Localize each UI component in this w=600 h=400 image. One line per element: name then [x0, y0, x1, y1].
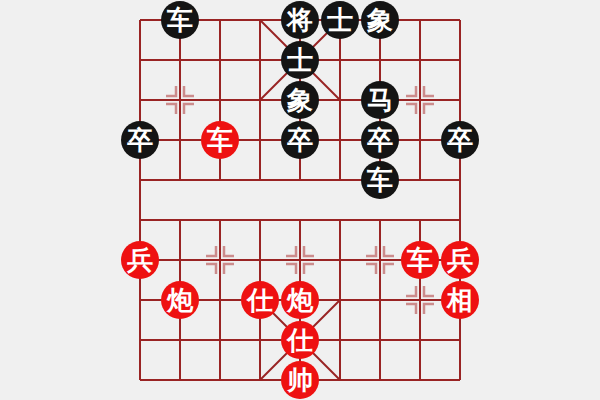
- point-f4-r3[interactable]: [240, 80, 280, 120]
- point-f7-r3[interactable]: 马: [360, 80, 400, 120]
- point-f1-r10[interactable]: [120, 360, 160, 400]
- red-pawn[interactable]: 兵: [121, 241, 159, 279]
- point-f2-r3[interactable]: [160, 80, 200, 120]
- xiangqi-board: 车将士象士象马卒车卒卒卒车兵车兵炮仕炮相仕帅: [120, 0, 480, 400]
- point-f9-r1[interactable]: [440, 0, 480, 40]
- point-f4-r4[interactable]: [240, 120, 280, 160]
- point-f5-r5[interactable]: [280, 160, 320, 200]
- point-f3-r10[interactable]: [200, 360, 240, 400]
- point-f3-r3[interactable]: [200, 80, 240, 120]
- red-elephant[interactable]: 相: [441, 281, 479, 319]
- point-f7-r2[interactable]: [360, 40, 400, 80]
- point-f1-r1[interactable]: [120, 0, 160, 40]
- point-f6-r5[interactable]: [320, 160, 360, 200]
- point-f8-r2[interactable]: [400, 40, 440, 80]
- point-f2-r8[interactable]: 炮: [160, 280, 200, 320]
- point-f3-r4[interactable]: 车: [200, 120, 240, 160]
- black-general[interactable]: 将: [281, 1, 319, 39]
- black-elephant[interactable]: 象: [281, 81, 319, 119]
- point-f4-r10[interactable]: [240, 360, 280, 400]
- point-f5-r2[interactable]: 士: [280, 40, 320, 80]
- point-f6-r3[interactable]: [320, 80, 360, 120]
- point-f1-r4[interactable]: 卒: [120, 120, 160, 160]
- point-f7-r6[interactable]: [360, 200, 400, 240]
- red-pawn[interactable]: 兵: [441, 241, 479, 279]
- point-f8-r4[interactable]: [400, 120, 440, 160]
- point-f1-r3[interactable]: [120, 80, 160, 120]
- point-f7-r10[interactable]: [360, 360, 400, 400]
- point-f7-r9[interactable]: [360, 320, 400, 360]
- point-f6-r8[interactable]: [320, 280, 360, 320]
- point-f6-r9[interactable]: [320, 320, 360, 360]
- black-horse[interactable]: 马: [361, 81, 399, 119]
- point-f2-r7[interactable]: [160, 240, 200, 280]
- point-f2-r1[interactable]: 车: [160, 0, 200, 40]
- point-f7-r7[interactable]: [360, 240, 400, 280]
- point-f6-r1[interactable]: 士: [320, 0, 360, 40]
- point-f5-r3[interactable]: 象: [280, 80, 320, 120]
- point-f5-r8[interactable]: 炮: [280, 280, 320, 320]
- red-chariot[interactable]: 车: [201, 121, 239, 159]
- black-pawn[interactable]: 卒: [281, 121, 319, 159]
- point-f8-r6[interactable]: [400, 200, 440, 240]
- point-f8-r10[interactable]: [400, 360, 440, 400]
- point-f9-r6[interactable]: [440, 200, 480, 240]
- point-f5-r9[interactable]: 仕: [280, 320, 320, 360]
- point-f8-r1[interactable]: [400, 0, 440, 40]
- point-f1-r5[interactable]: [120, 160, 160, 200]
- point-f3-r9[interactable]: [200, 320, 240, 360]
- point-f9-r10[interactable]: [440, 360, 480, 400]
- black-elephant[interactable]: 象: [361, 1, 399, 39]
- point-f6-r7[interactable]: [320, 240, 360, 280]
- point-f7-r1[interactable]: 象: [360, 0, 400, 40]
- point-f6-r2[interactable]: [320, 40, 360, 80]
- point-f9-r3[interactable]: [440, 80, 480, 120]
- point-f2-r6[interactable]: [160, 200, 200, 240]
- point-f5-r4[interactable]: 卒: [280, 120, 320, 160]
- point-f6-r10[interactable]: [320, 360, 360, 400]
- point-f3-r8[interactable]: [200, 280, 240, 320]
- point-f9-r2[interactable]: [440, 40, 480, 80]
- point-f1-r9[interactable]: [120, 320, 160, 360]
- point-f7-r8[interactable]: [360, 280, 400, 320]
- point-f9-r4[interactable]: 卒: [440, 120, 480, 160]
- point-f1-r2[interactable]: [120, 40, 160, 80]
- point-f2-r4[interactable]: [160, 120, 200, 160]
- point-f3-r2[interactable]: [200, 40, 240, 80]
- point-f9-r8[interactable]: 相: [440, 280, 480, 320]
- point-f9-r7[interactable]: 兵: [440, 240, 480, 280]
- point-f7-r4[interactable]: 卒: [360, 120, 400, 160]
- point-f5-r1[interactable]: 将: [280, 0, 320, 40]
- point-f8-r8[interactable]: [400, 280, 440, 320]
- point-f2-r5[interactable]: [160, 160, 200, 200]
- red-advisor[interactable]: 仕: [241, 281, 279, 319]
- point-f5-r6[interactable]: [280, 200, 320, 240]
- red-cannon[interactable]: 炮: [161, 281, 199, 319]
- black-pawn[interactable]: 卒: [441, 121, 479, 159]
- red-chariot[interactable]: 车: [401, 241, 439, 279]
- black-pawn[interactable]: 卒: [361, 121, 399, 159]
- point-f4-r1[interactable]: [240, 0, 280, 40]
- point-f4-r8[interactable]: 仕: [240, 280, 280, 320]
- point-f7-r5[interactable]: 车: [360, 160, 400, 200]
- point-f3-r5[interactable]: [200, 160, 240, 200]
- red-general[interactable]: 帅: [281, 361, 319, 399]
- point-f1-r7[interactable]: 兵: [120, 240, 160, 280]
- point-f9-r5[interactable]: [440, 160, 480, 200]
- point-f5-r7[interactable]: [280, 240, 320, 280]
- point-f8-r3[interactable]: [400, 80, 440, 120]
- point-f1-r8[interactable]: [120, 280, 160, 320]
- xiangqi-app-canvas: 车将士象士象马卒车卒卒卒车兵车兵炮仕炮相仕帅: [0, 0, 600, 400]
- black-advisor[interactable]: 士: [321, 1, 359, 39]
- point-f3-r1[interactable]: [200, 0, 240, 40]
- point-f2-r9[interactable]: [160, 320, 200, 360]
- point-f2-r10[interactable]: [160, 360, 200, 400]
- point-f6-r6[interactable]: [320, 200, 360, 240]
- black-chariot[interactable]: 车: [361, 161, 399, 199]
- point-f2-r2[interactable]: [160, 40, 200, 80]
- black-chariot[interactable]: 车: [161, 1, 199, 39]
- point-f8-r5[interactable]: [400, 160, 440, 200]
- point-f8-r7[interactable]: 车: [400, 240, 440, 280]
- point-f1-r6[interactable]: [120, 200, 160, 240]
- black-advisor[interactable]: 士: [281, 41, 319, 79]
- point-f6-r4[interactable]: [320, 120, 360, 160]
- black-pawn[interactable]: 卒: [121, 121, 159, 159]
- point-f4-r9[interactable]: [240, 320, 280, 360]
- point-f8-r9[interactable]: [400, 320, 440, 360]
- point-f4-r2[interactable]: [240, 40, 280, 80]
- point-f4-r6[interactable]: [240, 200, 280, 240]
- point-f5-r10[interactable]: 帅: [280, 360, 320, 400]
- point-f4-r5[interactable]: [240, 160, 280, 200]
- red-cannon[interactable]: 炮: [281, 281, 319, 319]
- point-f3-r6[interactable]: [200, 200, 240, 240]
- red-advisor[interactable]: 仕: [281, 321, 319, 359]
- point-f4-r7[interactable]: [240, 240, 280, 280]
- point-f9-r9[interactable]: [440, 320, 480, 360]
- point-f3-r7[interactable]: [200, 240, 240, 280]
